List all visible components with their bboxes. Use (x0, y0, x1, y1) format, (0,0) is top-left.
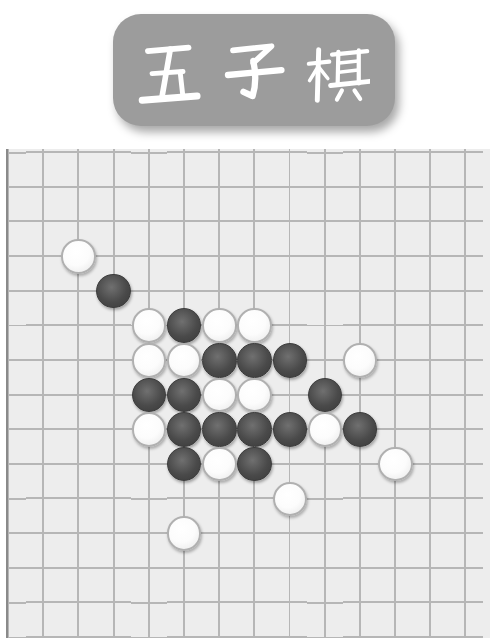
intersection[interactable] (272, 239, 307, 274)
intersection[interactable] (448, 308, 483, 343)
intersection[interactable] (272, 343, 307, 378)
intersection[interactable] (343, 516, 378, 551)
intersection[interactable] (202, 274, 237, 309)
intersection[interactable] (307, 343, 342, 378)
intersection[interactable] (202, 551, 237, 586)
intersection[interactable] (202, 343, 237, 378)
stone-white (202, 447, 237, 482)
intersection[interactable] (26, 308, 61, 343)
stone-black (308, 378, 343, 413)
stone-white (132, 412, 167, 447)
intersection[interactable] (167, 516, 202, 551)
intersection[interactable] (307, 585, 342, 620)
intersection[interactable] (378, 378, 413, 413)
intersection[interactable] (167, 239, 202, 274)
intersection[interactable] (96, 170, 131, 205)
stone-white (343, 343, 378, 378)
intersection[interactable] (237, 585, 272, 620)
intersection[interactable] (202, 378, 237, 413)
intersection[interactable] (307, 620, 342, 638)
intersection[interactable] (61, 204, 96, 239)
intersection[interactable] (96, 204, 131, 239)
intersection[interactable] (61, 378, 96, 413)
intersection[interactable] (343, 412, 378, 447)
intersection[interactable] (96, 585, 131, 620)
gomoku-board (6, 149, 490, 638)
intersection[interactable] (307, 378, 342, 413)
intersection[interactable] (448, 149, 483, 170)
intersection[interactable] (202, 481, 237, 516)
title-calligraphy-icon (138, 37, 370, 113)
intersection[interactable] (131, 378, 166, 413)
intersection[interactable] (307, 481, 342, 516)
intersection[interactable] (131, 149, 166, 170)
intersection[interactable] (448, 481, 483, 516)
intersection[interactable] (61, 239, 96, 274)
intersection[interactable] (26, 170, 61, 205)
stone-white (61, 239, 96, 274)
intersection[interactable] (26, 447, 61, 482)
intersection[interactable] (413, 516, 448, 551)
intersection[interactable] (448, 170, 483, 205)
intersection[interactable] (413, 274, 448, 309)
intersection[interactable] (167, 308, 202, 343)
stone-white (202, 378, 237, 413)
intersection[interactable] (343, 274, 378, 309)
intersection[interactable] (413, 308, 448, 343)
stone-white (378, 447, 413, 482)
intersection[interactable] (237, 447, 272, 482)
intersection[interactable] (131, 343, 166, 378)
stone-black (167, 447, 202, 482)
intersection[interactable] (6, 516, 26, 551)
intersection[interactable] (237, 551, 272, 586)
intersection[interactable] (343, 447, 378, 482)
intersection[interactable] (378, 516, 413, 551)
stone-white (273, 482, 308, 517)
intersection[interactable] (413, 412, 448, 447)
intersection[interactable] (96, 551, 131, 586)
title-banner: 五子棋 (113, 14, 395, 126)
intersection[interactable] (202, 308, 237, 343)
intersection[interactable] (61, 620, 96, 638)
stone-white (237, 378, 272, 413)
intersection[interactable] (96, 308, 131, 343)
intersection[interactable] (61, 551, 96, 586)
intersection[interactable] (202, 585, 237, 620)
intersection[interactable] (448, 585, 483, 620)
intersection[interactable] (237, 170, 272, 205)
intersection[interactable] (167, 274, 202, 309)
intersection[interactable] (26, 620, 61, 638)
intersection[interactable] (272, 412, 307, 447)
intersection[interactable] (237, 308, 272, 343)
intersection[interactable] (343, 149, 378, 170)
intersection[interactable] (167, 412, 202, 447)
intersection[interactable] (448, 239, 483, 274)
intersection[interactable] (131, 585, 166, 620)
intersection[interactable] (307, 308, 342, 343)
intersection[interactable] (96, 412, 131, 447)
intersection[interactable] (378, 149, 413, 170)
intersection[interactable] (378, 204, 413, 239)
intersection[interactable] (448, 204, 483, 239)
intersection[interactable] (26, 412, 61, 447)
intersection[interactable] (413, 585, 448, 620)
intersection[interactable] (413, 378, 448, 413)
intersection[interactable] (6, 343, 26, 378)
intersection[interactable] (167, 204, 202, 239)
intersection[interactable] (413, 170, 448, 205)
intersection[interactable] (343, 308, 378, 343)
intersection[interactable] (272, 170, 307, 205)
intersection[interactable] (6, 551, 26, 586)
intersection[interactable] (343, 481, 378, 516)
intersection[interactable] (272, 149, 307, 170)
intersection[interactable] (6, 204, 26, 239)
intersection[interactable] (272, 516, 307, 551)
intersection[interactable] (96, 274, 131, 309)
intersection[interactable] (131, 308, 166, 343)
stone-black (202, 343, 237, 378)
intersection[interactable] (448, 343, 483, 378)
intersection[interactable] (26, 343, 61, 378)
intersection[interactable] (343, 239, 378, 274)
intersection[interactable] (307, 412, 342, 447)
intersection[interactable] (378, 551, 413, 586)
intersection[interactable] (378, 239, 413, 274)
intersection[interactable] (413, 343, 448, 378)
intersection[interactable] (202, 620, 237, 638)
intersection[interactable] (272, 620, 307, 638)
intersection[interactable] (343, 343, 378, 378)
intersection[interactable] (272, 274, 307, 309)
intersection[interactable] (307, 516, 342, 551)
stone-white (202, 308, 237, 343)
intersection[interactable] (167, 170, 202, 205)
intersection[interactable] (61, 274, 96, 309)
stone-black (237, 412, 272, 447)
intersection[interactable] (167, 551, 202, 586)
intersection[interactable] (131, 551, 166, 586)
intersection[interactable] (6, 239, 26, 274)
intersection[interactable] (131, 620, 166, 638)
intersection[interactable] (413, 620, 448, 638)
stone-black (167, 378, 202, 413)
intersection[interactable] (272, 481, 307, 516)
intersection[interactable] (378, 308, 413, 343)
intersection[interactable] (167, 378, 202, 413)
intersection[interactable] (202, 149, 237, 170)
intersection[interactable] (131, 204, 166, 239)
page-root: 五子棋 (0, 0, 490, 638)
intersection[interactable] (448, 447, 483, 482)
stone-black (343, 412, 378, 447)
intersection[interactable] (26, 378, 61, 413)
intersection[interactable] (343, 585, 378, 620)
intersection[interactable] (307, 447, 342, 482)
intersection[interactable] (307, 170, 342, 205)
intersection[interactable] (413, 447, 448, 482)
intersection[interactable] (237, 239, 272, 274)
intersection[interactable] (6, 481, 26, 516)
intersection[interactable] (272, 447, 307, 482)
intersection[interactable] (237, 481, 272, 516)
intersection[interactable] (26, 585, 61, 620)
intersection[interactable] (6, 378, 26, 413)
intersection[interactable] (343, 620, 378, 638)
intersection[interactable] (61, 343, 96, 378)
intersection[interactable] (6, 170, 26, 205)
intersection[interactable] (96, 447, 131, 482)
intersection[interactable] (237, 620, 272, 638)
intersection[interactable] (202, 170, 237, 205)
stone-white (167, 516, 202, 551)
intersection[interactable] (131, 274, 166, 309)
intersection[interactable] (96, 149, 131, 170)
intersection[interactable] (378, 412, 413, 447)
intersection[interactable] (378, 274, 413, 309)
intersection[interactable] (131, 481, 166, 516)
intersection[interactable] (343, 551, 378, 586)
stone-black (202, 412, 237, 447)
intersection[interactable] (131, 412, 166, 447)
intersection[interactable] (378, 170, 413, 205)
intersection[interactable] (96, 620, 131, 638)
board-grid (6, 149, 483, 638)
intersection[interactable] (6, 308, 26, 343)
intersection[interactable] (26, 239, 61, 274)
intersection[interactable] (96, 481, 131, 516)
intersection[interactable] (167, 149, 202, 170)
intersection[interactable] (26, 551, 61, 586)
intersection[interactable] (167, 343, 202, 378)
intersection[interactable] (272, 585, 307, 620)
stone-white (237, 308, 272, 343)
intersection[interactable] (237, 378, 272, 413)
intersection[interactable] (26, 149, 61, 170)
intersection[interactable] (61, 516, 96, 551)
intersection[interactable] (61, 585, 96, 620)
intersection[interactable] (167, 585, 202, 620)
intersection[interactable] (237, 412, 272, 447)
stone-black (167, 308, 202, 343)
intersection[interactable] (413, 551, 448, 586)
intersection[interactable] (131, 447, 166, 482)
intersection[interactable] (202, 412, 237, 447)
intersection[interactable] (378, 481, 413, 516)
intersection[interactable] (272, 378, 307, 413)
intersection[interactable] (448, 551, 483, 586)
intersection[interactable] (237, 343, 272, 378)
intersection[interactable] (96, 378, 131, 413)
intersection[interactable] (272, 551, 307, 586)
intersection[interactable] (413, 204, 448, 239)
intersection[interactable] (202, 239, 237, 274)
intersection[interactable] (378, 343, 413, 378)
intersection[interactable] (307, 239, 342, 274)
intersection[interactable] (167, 481, 202, 516)
intersection[interactable] (307, 551, 342, 586)
intersection[interactable] (61, 481, 96, 516)
intersection[interactable] (26, 481, 61, 516)
intersection[interactable] (202, 447, 237, 482)
intersection[interactable] (237, 274, 272, 309)
stone-white (167, 343, 202, 378)
stone-black (273, 343, 308, 378)
intersection[interactable] (6, 274, 26, 309)
intersection[interactable] (6, 149, 26, 170)
intersection[interactable] (26, 274, 61, 309)
intersection[interactable] (343, 170, 378, 205)
intersection[interactable] (448, 378, 483, 413)
intersection[interactable] (96, 516, 131, 551)
intersection[interactable] (237, 204, 272, 239)
stone-black (132, 378, 167, 413)
intersection[interactable] (307, 149, 342, 170)
intersection[interactable] (378, 585, 413, 620)
intersection[interactable] (131, 239, 166, 274)
intersection[interactable] (413, 481, 448, 516)
intersection[interactable] (448, 516, 483, 551)
intersection[interactable] (202, 204, 237, 239)
stone-white (132, 308, 167, 343)
intersection[interactable] (307, 274, 342, 309)
intersection[interactable] (378, 447, 413, 482)
intersection[interactable] (96, 239, 131, 274)
intersection[interactable] (413, 239, 448, 274)
intersection[interactable] (61, 308, 96, 343)
stone-white (132, 343, 167, 378)
intersection[interactable] (343, 378, 378, 413)
intersection[interactable] (6, 620, 26, 638)
intersection[interactable] (167, 620, 202, 638)
stone-black (273, 412, 308, 447)
intersection[interactable] (237, 149, 272, 170)
intersection[interactable] (307, 204, 342, 239)
intersection[interactable] (96, 343, 131, 378)
intersection[interactable] (61, 149, 96, 170)
intersection[interactable] (202, 516, 237, 551)
stone-black (237, 447, 272, 482)
intersection[interactable] (61, 412, 96, 447)
intersection[interactable] (272, 308, 307, 343)
intersection[interactable] (448, 412, 483, 447)
intersection[interactable] (272, 204, 307, 239)
intersection[interactable] (448, 620, 483, 638)
intersection[interactable] (343, 204, 378, 239)
stone-white (308, 412, 343, 447)
intersection[interactable] (167, 447, 202, 482)
intersection[interactable] (131, 516, 166, 551)
intersection[interactable] (448, 274, 483, 309)
stone-black (237, 343, 272, 378)
stone-black (167, 412, 202, 447)
intersection[interactable] (6, 585, 26, 620)
intersection[interactable] (237, 516, 272, 551)
intersection[interactable] (26, 516, 61, 551)
intersection[interactable] (61, 447, 96, 482)
intersection[interactable] (61, 170, 96, 205)
intersection[interactable] (413, 149, 448, 170)
intersection[interactable] (378, 620, 413, 638)
intersection[interactable] (26, 204, 61, 239)
intersection[interactable] (6, 412, 26, 447)
stone-black (96, 274, 131, 309)
intersection[interactable] (6, 447, 26, 482)
intersection[interactable] (131, 170, 166, 205)
